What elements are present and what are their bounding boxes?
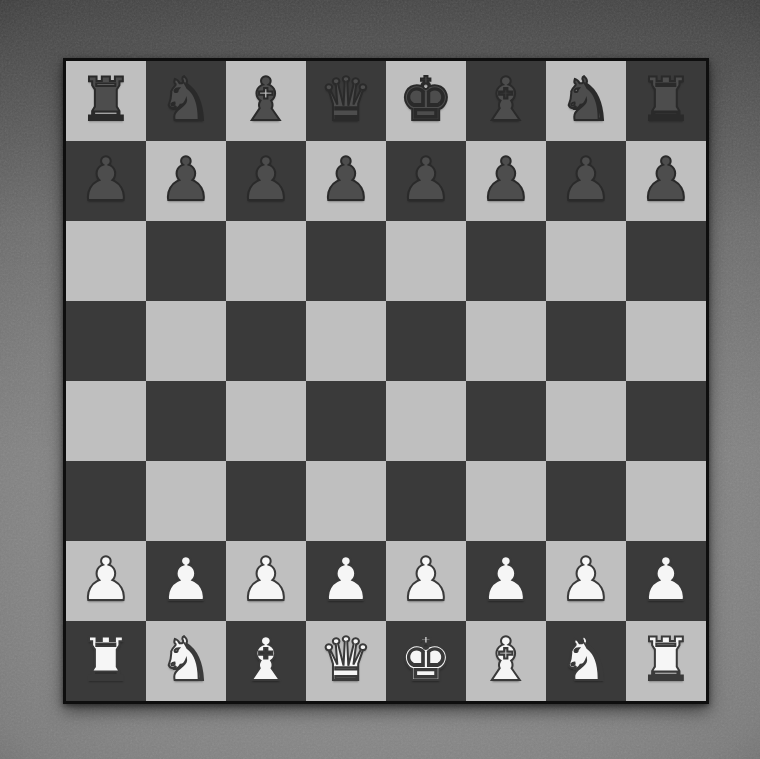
black-pawn[interactable]: ♟ xyxy=(479,149,533,209)
square-e2[interactable]: ♟ xyxy=(386,541,466,621)
square-h5[interactable] xyxy=(626,301,706,381)
square-c5[interactable] xyxy=(226,301,306,381)
black-rook[interactable]: ♜ xyxy=(639,69,693,129)
square-d3[interactable] xyxy=(306,461,386,541)
square-f6[interactable] xyxy=(466,221,546,301)
square-e5[interactable] xyxy=(386,301,466,381)
square-h1[interactable]: ♜ xyxy=(626,621,706,701)
square-b5[interactable] xyxy=(146,301,226,381)
square-e6[interactable] xyxy=(386,221,466,301)
square-f8[interactable]: ♝ xyxy=(466,61,546,141)
black-pawn[interactable]: ♟ xyxy=(559,149,613,209)
white-king[interactable]: ♚ xyxy=(399,629,453,689)
square-g5[interactable] xyxy=(546,301,626,381)
square-g8[interactable]: ♞ xyxy=(546,61,626,141)
square-c1[interactable]: ♝ xyxy=(226,621,306,701)
black-pawn[interactable]: ♟ xyxy=(399,149,453,209)
square-f3[interactable] xyxy=(466,461,546,541)
square-h3[interactable] xyxy=(626,461,706,541)
black-pawn[interactable]: ♟ xyxy=(319,149,373,209)
square-b6[interactable] xyxy=(146,221,226,301)
page-background: { "game": "chess", "position": { "fen": … xyxy=(0,0,760,759)
white-pawn[interactable]: ♟ xyxy=(479,549,533,609)
square-d8[interactable]: ♛ xyxy=(306,61,386,141)
square-g6[interactable] xyxy=(546,221,626,301)
square-f5[interactable] xyxy=(466,301,546,381)
square-a3[interactable] xyxy=(66,461,146,541)
square-b3[interactable] xyxy=(146,461,226,541)
square-a6[interactable] xyxy=(66,221,146,301)
square-a4[interactable] xyxy=(66,381,146,461)
square-a1[interactable]: ♜ xyxy=(66,621,146,701)
black-pawn[interactable]: ♟ xyxy=(159,149,213,209)
square-a2[interactable]: ♟ xyxy=(66,541,146,621)
square-d7[interactable]: ♟ xyxy=(306,141,386,221)
square-a7[interactable]: ♟ xyxy=(66,141,146,221)
square-g3[interactable] xyxy=(546,461,626,541)
white-bishop[interactable]: ♝ xyxy=(239,629,293,689)
square-g1[interactable]: ♞ xyxy=(546,621,626,701)
black-pawn[interactable]: ♟ xyxy=(639,149,693,209)
square-e8[interactable]: ♚ xyxy=(386,61,466,141)
square-c3[interactable] xyxy=(226,461,306,541)
square-f7[interactable]: ♟ xyxy=(466,141,546,221)
square-h6[interactable] xyxy=(626,221,706,301)
black-queen[interactable]: ♛ xyxy=(319,69,373,129)
black-king[interactable]: ♚ xyxy=(399,69,453,129)
square-e1[interactable]: ♚ xyxy=(386,621,466,701)
white-queen[interactable]: ♛ xyxy=(319,629,373,689)
square-c8[interactable]: ♝ xyxy=(226,61,306,141)
square-f4[interactable] xyxy=(466,381,546,461)
square-c4[interactable] xyxy=(226,381,306,461)
square-a5[interactable] xyxy=(66,301,146,381)
square-g2[interactable]: ♟ xyxy=(546,541,626,621)
black-knight[interactable]: ♞ xyxy=(559,69,613,129)
black-rook[interactable]: ♜ xyxy=(79,69,133,129)
black-knight[interactable]: ♞ xyxy=(159,69,213,129)
white-knight[interactable]: ♞ xyxy=(559,629,613,689)
square-b2[interactable]: ♟ xyxy=(146,541,226,621)
white-rook[interactable]: ♜ xyxy=(639,629,693,689)
white-bishop[interactable]: ♝ xyxy=(479,629,533,689)
square-a8[interactable]: ♜ xyxy=(66,61,146,141)
square-d4[interactable] xyxy=(306,381,386,461)
square-f1[interactable]: ♝ xyxy=(466,621,546,701)
white-pawn[interactable]: ♟ xyxy=(399,549,453,609)
white-pawn[interactable]: ♟ xyxy=(79,549,133,609)
square-b8[interactable]: ♞ xyxy=(146,61,226,141)
square-e3[interactable] xyxy=(386,461,466,541)
white-pawn[interactable]: ♟ xyxy=(159,549,213,609)
square-h7[interactable]: ♟ xyxy=(626,141,706,221)
square-g7[interactable]: ♟ xyxy=(546,141,626,221)
square-d1[interactable]: ♛ xyxy=(306,621,386,701)
square-h8[interactable]: ♜ xyxy=(626,61,706,141)
square-g4[interactable] xyxy=(546,381,626,461)
black-pawn[interactable]: ♟ xyxy=(239,149,293,209)
square-b4[interactable] xyxy=(146,381,226,461)
square-e7[interactable]: ♟ xyxy=(386,141,466,221)
square-c6[interactable] xyxy=(226,221,306,301)
black-bishop[interactable]: ♝ xyxy=(479,69,533,129)
black-pawn[interactable]: ♟ xyxy=(79,149,133,209)
white-pawn[interactable]: ♟ xyxy=(639,549,693,609)
square-c2[interactable]: ♟ xyxy=(226,541,306,621)
white-pawn[interactable]: ♟ xyxy=(319,549,373,609)
square-c7[interactable]: ♟ xyxy=(226,141,306,221)
chess-board: ♜♞♝♛♚♝♞♜♟♟♟♟♟♟♟♟♟♟♟♟♟♟♟♟♜♞♝♛♚♝♞♜ xyxy=(63,58,709,704)
square-d2[interactable]: ♟ xyxy=(306,541,386,621)
square-b7[interactable]: ♟ xyxy=(146,141,226,221)
white-rook[interactable]: ♜ xyxy=(79,629,133,689)
square-d5[interactable] xyxy=(306,301,386,381)
square-d6[interactable] xyxy=(306,221,386,301)
square-e4[interactable] xyxy=(386,381,466,461)
square-b1[interactable]: ♞ xyxy=(146,621,226,701)
white-knight[interactable]: ♞ xyxy=(159,629,213,689)
black-bishop[interactable]: ♝ xyxy=(239,69,293,129)
square-h4[interactable] xyxy=(626,381,706,461)
white-pawn[interactable]: ♟ xyxy=(239,549,293,609)
white-pawn[interactable]: ♟ xyxy=(559,549,613,609)
square-h2[interactable]: ♟ xyxy=(626,541,706,621)
square-f2[interactable]: ♟ xyxy=(466,541,546,621)
